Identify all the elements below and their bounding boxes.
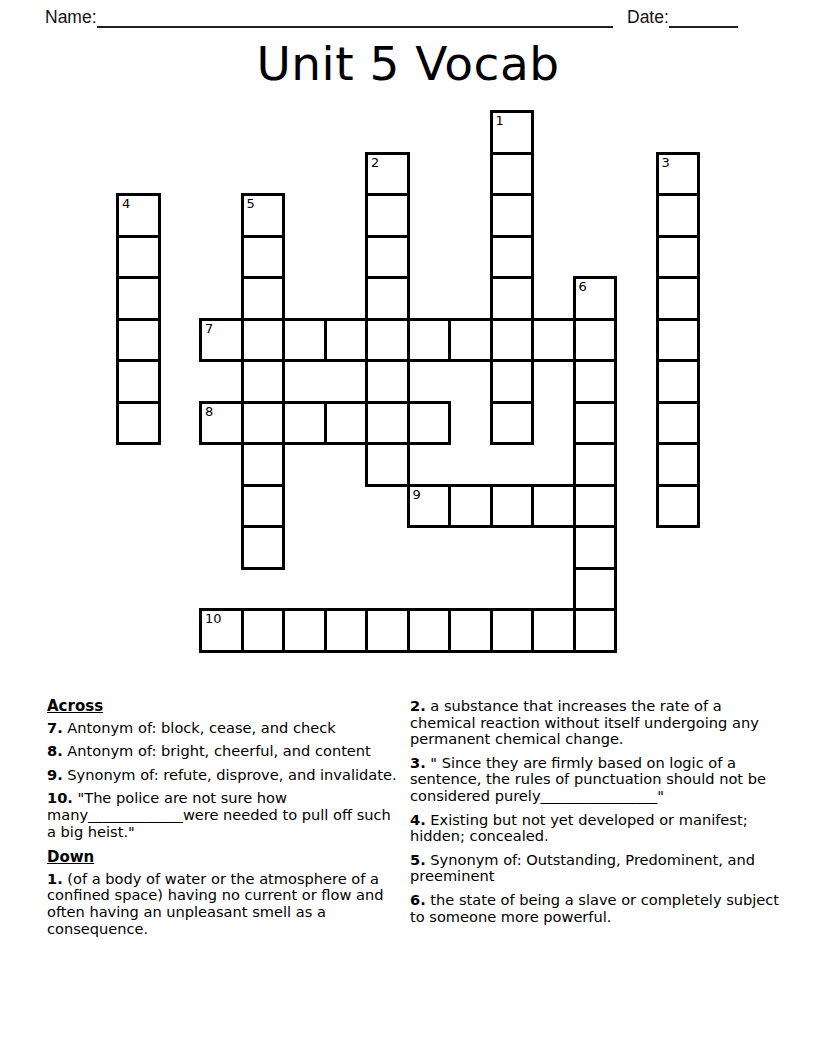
grid-cell-r4c6[interactable] xyxy=(365,276,410,321)
grid-cell-r3c13[interactable] xyxy=(656,235,701,280)
grid-cell-r4c0[interactable] xyxy=(116,276,161,321)
grid-cell-r12c5[interactable] xyxy=(324,608,369,653)
grid-cell-r5c4[interactable] xyxy=(282,318,327,363)
clue-down-5: 5. Synonym of: Outstanding, Predominent,… xyxy=(410,852,780,885)
date-blank-line xyxy=(669,26,738,28)
clue-number-down-2: 2. xyxy=(410,697,426,714)
grid-cell-r7c5[interactable] xyxy=(324,401,369,446)
name-label: Name: xyxy=(45,7,97,28)
grid-cell-r6c3[interactable] xyxy=(241,359,286,404)
cell-number-6: 6 xyxy=(579,280,587,294)
grid-cell-r0c9[interactable]: 1 xyxy=(490,110,535,155)
grid-cell-r8c13[interactable] xyxy=(656,442,701,487)
grid-cell-r6c0[interactable] xyxy=(116,359,161,404)
clue-number-down-4: 4. xyxy=(410,811,426,828)
clue-number-down-6: 6. xyxy=(410,891,426,908)
grid-cell-r5c3[interactable] xyxy=(241,318,286,363)
grid-cell-r5c7[interactable] xyxy=(407,318,452,363)
clue-number-across-9: 9. xyxy=(47,766,63,783)
grid-cell-r7c6[interactable] xyxy=(365,401,410,446)
grid-cell-r1c9[interactable] xyxy=(490,152,535,197)
grid-cell-r8c3[interactable] xyxy=(241,442,286,487)
grid-cell-r4c11[interactable]: 6 xyxy=(573,276,618,321)
grid-cell-r8c6[interactable] xyxy=(365,442,410,487)
cell-number-1: 1 xyxy=(496,114,504,128)
clue-across-9: 9. Synonym of: refute, disprove, and inv… xyxy=(47,767,403,784)
cell-number-4: 4 xyxy=(122,197,130,211)
grid-cell-r7c4[interactable] xyxy=(282,401,327,446)
grid-cell-r8c11[interactable] xyxy=(573,442,618,487)
grid-cell-r6c13[interactable] xyxy=(656,359,701,404)
cell-number-3: 3 xyxy=(662,156,670,170)
grid-cell-r3c6[interactable] xyxy=(365,235,410,280)
across-clues-list: 7. Antonym of: block, cease, and check8.… xyxy=(47,720,403,841)
crossword-grid: 12345678910 xyxy=(116,110,700,653)
grid-cell-r7c2[interactable]: 8 xyxy=(199,401,244,446)
down-heading: Down xyxy=(47,849,403,866)
grid-cell-r6c9[interactable] xyxy=(490,359,535,404)
name-blank-line xyxy=(97,26,613,28)
grid-cell-r11c11[interactable] xyxy=(573,567,618,612)
grid-cell-r9c11[interactable] xyxy=(573,484,618,529)
across-heading: Across xyxy=(47,698,403,715)
grid-cell-r5c5[interactable] xyxy=(324,318,369,363)
grid-cell-r6c6[interactable] xyxy=(365,359,410,404)
grid-cell-r7c7[interactable] xyxy=(407,401,452,446)
grid-cell-r12c2[interactable]: 10 xyxy=(199,608,244,653)
grid-cell-r7c9[interactable] xyxy=(490,401,535,446)
clue-across-8: 8. Antonym of: bright, cheerful, and con… xyxy=(47,743,403,760)
clue-number-down-1: 1. xyxy=(47,870,63,887)
clue-number-across-10: 10. xyxy=(47,789,73,806)
grid-cell-r9c10[interactable] xyxy=(531,484,576,529)
clues-column-right: 2. a substance that increases the rate o… xyxy=(410,698,780,932)
clue-down-3: 3. " Since they are firmly based on logi… xyxy=(410,755,780,805)
grid-cell-r12c7[interactable] xyxy=(407,608,452,653)
cell-number-9: 9 xyxy=(413,488,421,502)
grid-cell-r9c9[interactable] xyxy=(490,484,535,529)
grid-cell-r12c3[interactable] xyxy=(241,608,286,653)
grid-cell-r5c0[interactable] xyxy=(116,318,161,363)
grid-cell-r5c9[interactable] xyxy=(490,318,535,363)
grid-cell-r9c13[interactable] xyxy=(656,484,701,529)
grid-cell-r9c8[interactable] xyxy=(448,484,493,529)
clue-number-down-5: 5. xyxy=(410,851,426,868)
grid-cell-r7c13[interactable] xyxy=(656,401,701,446)
grid-cell-r5c2[interactable]: 7 xyxy=(199,318,244,363)
grid-cell-r6c11[interactable] xyxy=(573,359,618,404)
puzzle-title: Unit 5 Vocab xyxy=(0,38,816,90)
clue-down-1: 1. (of a body of water or the atmosphere… xyxy=(47,871,403,937)
grid-cell-r2c0[interactable]: 4 xyxy=(116,193,161,238)
grid-cell-r3c0[interactable] xyxy=(116,235,161,280)
grid-cell-r1c6[interactable]: 2 xyxy=(365,152,410,197)
grid-cell-r4c3[interactable] xyxy=(241,276,286,321)
grid-cell-r12c4[interactable] xyxy=(282,608,327,653)
grid-cell-r4c13[interactable] xyxy=(656,276,701,321)
grid-cell-r3c9[interactable] xyxy=(490,235,535,280)
grid-cell-r12c10[interactable] xyxy=(531,608,576,653)
clue-number-across-8: 8. xyxy=(47,742,63,759)
clue-number-down-3: 3. xyxy=(410,754,426,771)
grid-cell-r2c3[interactable]: 5 xyxy=(241,193,286,238)
cell-number-2: 2 xyxy=(371,156,379,170)
grid-cell-r5c8[interactable] xyxy=(448,318,493,363)
grid-cell-r10c3[interactable] xyxy=(241,525,286,570)
grid-cell-r5c6[interactable] xyxy=(365,318,410,363)
grid-cell-r12c9[interactable] xyxy=(490,608,535,653)
clue-down-2: 2. a substance that increases the rate o… xyxy=(410,698,780,748)
grid-cell-r7c11[interactable] xyxy=(573,401,618,446)
grid-cell-r2c13[interactable] xyxy=(656,193,701,238)
grid-cell-r4c9[interactable] xyxy=(490,276,535,321)
grid-cell-r2c9[interactable] xyxy=(490,193,535,238)
clues-column-left: Across 7. Antonym of: block, cease, and … xyxy=(47,698,403,944)
grid-cell-r5c10[interactable] xyxy=(531,318,576,363)
clue-across-10: 10. "The police are not sure how many___… xyxy=(47,790,403,840)
cell-number-8: 8 xyxy=(205,405,213,419)
grid-cell-r5c11[interactable] xyxy=(573,318,618,363)
grid-cell-r1c13[interactable]: 3 xyxy=(656,152,701,197)
clue-across-7: 7. Antonym of: block, cease, and check xyxy=(47,720,403,737)
grid-cell-r12c6[interactable] xyxy=(365,608,410,653)
grid-cell-r12c8[interactable] xyxy=(448,608,493,653)
down-clues-list-left: 1. (of a body of water or the atmosphere… xyxy=(47,871,403,937)
grid-cell-r2c6[interactable] xyxy=(365,193,410,238)
down-clues-list-right: 2. a substance that increases the rate o… xyxy=(410,698,780,925)
date-label: Date: xyxy=(627,7,669,28)
cell-number-5: 5 xyxy=(247,197,255,211)
grid-cell-r7c3[interactable] xyxy=(241,401,286,446)
grid-cell-r5c13[interactable] xyxy=(656,318,701,363)
grid-cell-r7c0[interactable] xyxy=(116,401,161,446)
grid-cell-r9c7[interactable]: 9 xyxy=(407,484,452,529)
grid-cell-r3c3[interactable] xyxy=(241,235,286,280)
clue-down-4: 4. Existing but not yet developed or man… xyxy=(410,812,780,845)
grid-cell-r10c11[interactable] xyxy=(573,525,618,570)
grid-cell-r9c3[interactable] xyxy=(241,484,286,529)
cell-number-10: 10 xyxy=(205,612,222,626)
grid-cell-r12c11[interactable] xyxy=(573,608,618,653)
clue-number-across-7: 7. xyxy=(47,719,63,736)
cell-number-7: 7 xyxy=(205,322,213,336)
clue-down-6: 6. the state of being a slave or complet… xyxy=(410,892,780,925)
